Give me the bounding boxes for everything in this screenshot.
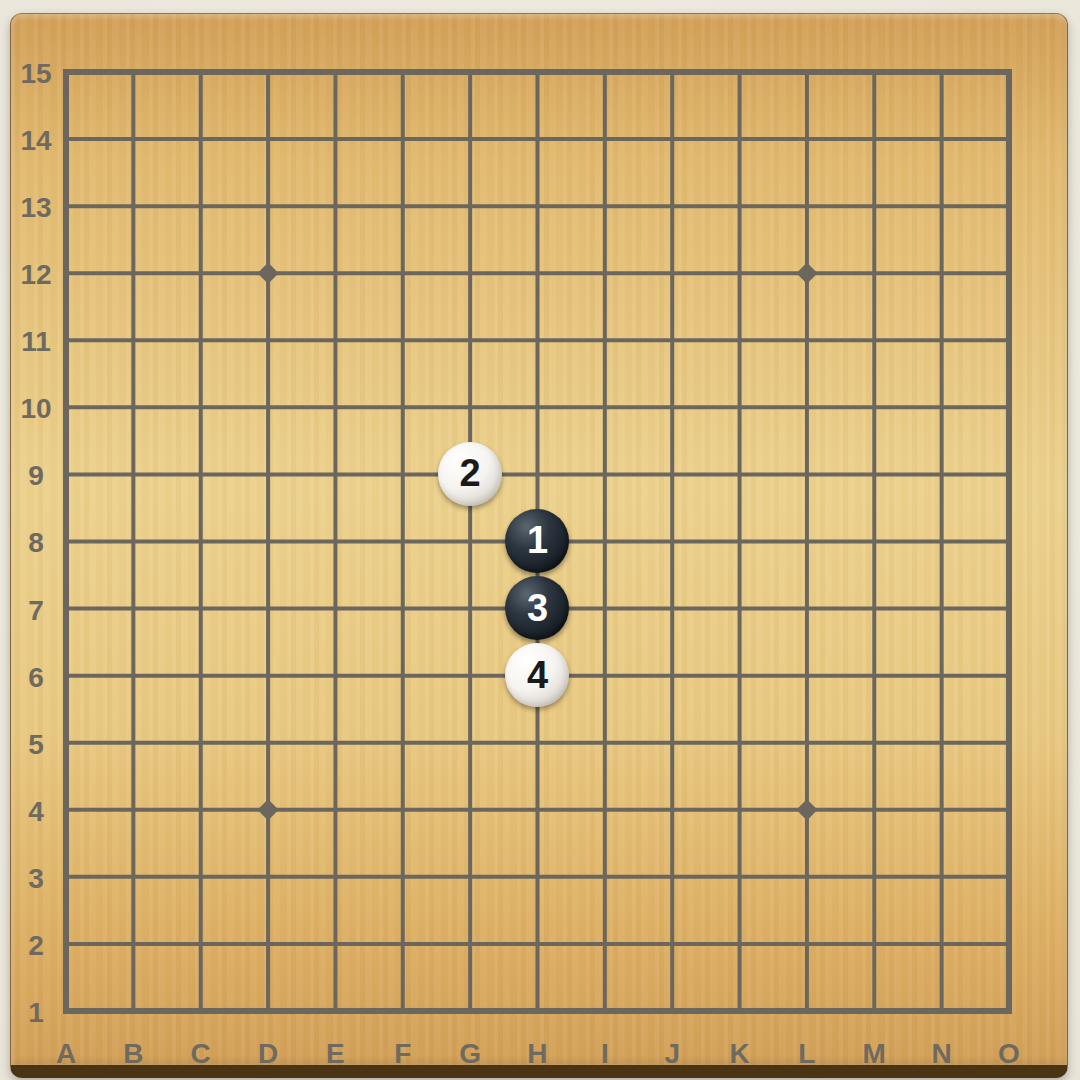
stone-move-number: 4	[527, 654, 548, 697]
go-app-stage: 151413121110987654321 ABCDEFGHIJKLMNO 12…	[0, 0, 1080, 1080]
stone-white-g9: 2	[438, 442, 502, 506]
stone-white-h6: 4	[505, 643, 569, 707]
stone-move-number: 3	[527, 587, 548, 630]
stone-move-number: 2	[460, 452, 481, 495]
stone-black-h8: 1	[505, 509, 569, 573]
stone-black-h7: 3	[505, 576, 569, 640]
go-board[interactable]: 151413121110987654321 ABCDEFGHIJKLMNO 12…	[10, 13, 1068, 1078]
stone-move-number: 1	[527, 519, 548, 562]
stones-grid: 1234	[32, 38, 1043, 1044]
